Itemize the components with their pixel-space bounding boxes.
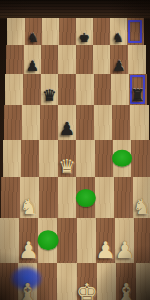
piece-white-knight-b3[interactable]: ♞: [20, 196, 39, 217]
square-d8[interactable]: [59, 18, 77, 45]
square-d6[interactable]: [58, 74, 76, 106]
square-a6[interactable]: [5, 74, 23, 106]
square-f6[interactable]: [94, 74, 112, 106]
square-d2[interactable]: [57, 218, 77, 263]
piece-black-pawn-d5[interactable]: ♟: [59, 121, 75, 139]
square-e5[interactable]: [76, 105, 95, 140]
chess-board[interactable]: ♞♚♞♟♟♛♜♟♛♞♞♟♟♟♝♚♝: [0, 0, 150, 300]
piece-white-queen-d4[interactable]: ♛: [58, 157, 75, 177]
square-d7[interactable]: [58, 45, 76, 74]
piece-white-bishop-b1[interactable]: ♝: [16, 281, 38, 300]
square-h1[interactable]: [136, 263, 150, 300]
piece-white-pawn-f2[interactable]: ♟: [95, 239, 116, 262]
piece-white-pawn-b2[interactable]: ♟: [18, 239, 39, 262]
legal-move-dot-g4[interactable]: [112, 150, 132, 167]
piece-black-queen-c6[interactable]: ♛: [42, 88, 56, 104]
square-g5[interactable]: [112, 105, 131, 140]
square-h5[interactable]: [130, 105, 149, 140]
square-e6[interactable]: [76, 74, 94, 106]
square-b4[interactable]: [21, 140, 40, 178]
square-f5[interactable]: [94, 105, 113, 140]
square-d3[interactable]: [58, 177, 77, 218]
piece-black-rook-h6[interactable]: ♜: [130, 88, 144, 104]
square-b6[interactable]: [23, 74, 41, 106]
square-f3[interactable]: [95, 177, 114, 218]
piece-white-bishop-g1[interactable]: ♝: [115, 281, 137, 300]
square-e2[interactable]: [77, 218, 97, 263]
legal-move-dot-c2[interactable]: [37, 230, 58, 250]
square-h2[interactable]: [134, 218, 150, 263]
square-a2[interactable]: [0, 218, 19, 263]
square-h7[interactable]: [128, 45, 146, 74]
square-e7[interactable]: [76, 45, 94, 74]
square-f7[interactable]: [93, 45, 111, 74]
square-a3[interactable]: [1, 177, 20, 218]
piece-white-king-e1[interactable]: ♚: [76, 281, 98, 300]
piece-black-knight-b8[interactable]: ♞: [27, 32, 38, 45]
square-c5[interactable]: [40, 105, 59, 140]
last-move-square-h8: [128, 20, 142, 44]
square-f1[interactable]: [97, 263, 117, 300]
square-b5[interactable]: [22, 105, 41, 140]
square-a5[interactable]: [4, 105, 23, 140]
square-d1[interactable]: [57, 263, 77, 300]
square-c4[interactable]: [39, 140, 58, 178]
chess-app-screen: ♞♚♞♟♟♛♜♟♛♞♞♟♟♟♝♚♝: [0, 0, 150, 300]
piece-white-knight-h3[interactable]: ♞: [133, 196, 150, 217]
piece-black-pawn-b7[interactable]: ♟: [26, 59, 39, 73]
square-c7[interactable]: [41, 45, 59, 74]
square-g6[interactable]: [111, 74, 129, 106]
piece-white-pawn-g2[interactable]: ♟: [115, 239, 136, 262]
piece-black-pawn-g7[interactable]: ♟: [113, 59, 126, 73]
piece-black-king-e8[interactable]: ♚: [78, 32, 89, 45]
square-a8[interactable]: [7, 18, 25, 45]
square-c8[interactable]: [42, 18, 60, 45]
piece-black-knight-g8[interactable]: ♞: [113, 32, 124, 45]
square-a4[interactable]: [3, 140, 22, 178]
square-f8[interactable]: [93, 18, 111, 45]
square-c3[interactable]: [39, 177, 58, 218]
square-f4[interactable]: [95, 140, 114, 178]
square-a7[interactable]: [6, 45, 24, 74]
square-h4[interactable]: [131, 140, 150, 178]
square-g3[interactable]: [114, 177, 133, 218]
square-e4[interactable]: [76, 140, 95, 178]
